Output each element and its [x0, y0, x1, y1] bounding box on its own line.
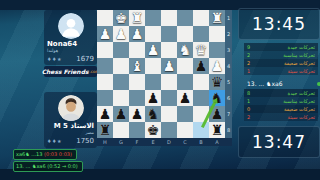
square-e4[interactable]: [145, 58, 161, 74]
white-p-piece: ♟: [115, 26, 128, 42]
black-p-piece: ♟: [131, 106, 144, 122]
black-n-piece: ♞: [147, 106, 160, 122]
move-quality-value: 1: [247, 98, 250, 104]
rank-label-4: 4: [225, 58, 232, 74]
square-g3[interactable]: [113, 42, 129, 58]
file-label-C: C: [177, 138, 193, 146]
square-c1[interactable]: [177, 10, 193, 26]
file-label-F: F: [129, 138, 145, 146]
clock-bottom: 13:47: [238, 126, 320, 158]
black-q-piece: ♛: [211, 74, 224, 90]
square-g7[interactable]: ♟: [113, 106, 129, 122]
square-f7[interactable]: ♟: [129, 106, 145, 122]
white-r-piece: ♜: [211, 10, 224, 26]
player-country-bottom: مصر: [44, 130, 97, 136]
rank-label-8: 8: [225, 122, 232, 138]
move-toast-1: 13... ♞xa6 (0:03 0:03): [13, 149, 77, 160]
square-a6[interactable]: ♞: [209, 90, 225, 106]
square-g5[interactable]: [113, 74, 129, 90]
clock-top: 13:45: [238, 8, 320, 40]
logo-text-chess: Chess: [42, 68, 62, 75]
black-k-piece: ♚: [147, 122, 160, 138]
square-c5[interactable]: [177, 74, 193, 90]
white-p-piece: ♟: [131, 26, 144, 42]
white-p-piece: ♟: [147, 42, 160, 58]
move-quality-value: 2: [247, 52, 250, 58]
move-quality-value: 1: [247, 68, 250, 74]
file-label-A: A: [209, 138, 225, 146]
square-a1[interactable]: ♜: [209, 10, 225, 26]
square-h2[interactable]: ♟: [97, 26, 113, 42]
square-g8[interactable]: [113, 122, 129, 138]
move-quality-row: تحركات سيئة1: [244, 67, 318, 75]
square-d8[interactable]: [161, 122, 177, 138]
player-name-top: Nona64: [44, 40, 97, 48]
square-e2[interactable]: [145, 26, 161, 42]
square-b4[interactable]: ♟: [193, 58, 209, 74]
white-p-piece: ♟: [211, 58, 224, 74]
square-g4[interactable]: [113, 58, 129, 74]
move-quality-row: تحركات مناسبة2: [244, 51, 318, 59]
player-rating-bottom: 1750: [76, 137, 94, 145]
file-labels: HGFEDCBA: [97, 138, 232, 146]
square-h3[interactable]: [97, 42, 113, 58]
black-p-piece: ♟: [115, 106, 128, 122]
square-b3[interactable]: ♛: [193, 42, 209, 58]
square-f2[interactable]: ♟: [129, 26, 145, 42]
chess-board: ♚♜♜♟♟♟♟♞♛♝♟♟♟♛♟♟♞♟♟♟♞♟♜♚♜ 12345678 HGFED…: [97, 10, 225, 138]
square-c6[interactable]: ♟: [177, 90, 193, 106]
square-b2[interactable]: [193, 26, 209, 42]
square-f4[interactable]: ♝: [129, 58, 145, 74]
square-f5[interactable]: [129, 74, 145, 90]
square-h1[interactable]: [97, 10, 113, 26]
last-move-text: 13. ... ♞xa6: [247, 80, 283, 87]
file-label-D: D: [161, 138, 177, 146]
square-g1[interactable]: ♚: [113, 10, 129, 26]
logo-text-friends: Friends: [64, 68, 89, 75]
move-quality-label: تحركات ضعيفة: [284, 60, 315, 66]
move-quality-value: 2: [247, 60, 250, 66]
move-quality-row: تحركات ضعيفة2: [244, 59, 318, 67]
move-quality-row: تحركات سيئة2: [244, 113, 318, 121]
move-quality-value: 2: [247, 114, 250, 120]
square-e1[interactable]: [145, 10, 161, 26]
square-e5[interactable]: [145, 74, 161, 90]
toast1-move-text: 13... ♞xa6: [16, 151, 42, 157]
rank-label-6: 6: [225, 90, 232, 106]
move-quality-row: تحركات مناسبة1: [244, 97, 318, 105]
square-a5[interactable]: ♛: [209, 74, 225, 90]
square-g2[interactable]: ♟: [113, 26, 129, 42]
player-stars-bottom: ♦♦★: [47, 138, 62, 144]
white-k-piece: ♚: [115, 10, 128, 26]
white-q-piece: ♛: [195, 42, 208, 58]
move-quality-label: تحركات جيدة: [288, 90, 315, 96]
square-b8[interactable]: [193, 122, 209, 138]
square-f8[interactable]: [129, 122, 145, 138]
toast1-extra-text: (0:03 0:03): [44, 151, 72, 157]
file-label-B: B: [193, 138, 209, 146]
move-quality-label: تحركات سيئة: [288, 68, 315, 74]
move-quality-value: 9: [247, 44, 250, 50]
rank-label-7: 7: [225, 106, 232, 122]
square-d6[interactable]: [161, 90, 177, 106]
move-quality-list-bottom: تحركات جيدة8تحركات مناسبة1تحركات ضعيفة0ت…: [244, 89, 318, 121]
black-p-piece: ♟: [179, 90, 192, 106]
white-p-piece: ♟: [99, 26, 112, 42]
white-r-piece: ♜: [131, 10, 144, 26]
player-rating-top: 1679: [76, 55, 94, 63]
black-p-piece: ♟: [99, 106, 112, 122]
square-c3[interactable]: ♞: [177, 42, 193, 58]
black-n-piece: ♞: [211, 90, 224, 106]
move-quality-row: تحركات جيدة9: [244, 43, 318, 51]
square-c8[interactable]: [177, 122, 193, 138]
square-b6[interactable]: [193, 90, 209, 106]
player-country-top: هولندا: [44, 48, 97, 54]
move-quality-row: تحركات ضعيفة0: [244, 105, 318, 113]
rank-labels: 12345678: [225, 10, 232, 138]
black-r-piece: ♜: [211, 122, 224, 138]
square-h4[interactable]: [97, 58, 113, 74]
avatar-bottom: [58, 95, 84, 121]
square-d5[interactable]: [161, 74, 177, 90]
move-quality-label: تحركات مناسبة: [283, 98, 315, 104]
move-quality-label: تحركات مناسبة: [283, 52, 315, 58]
square-e3[interactable]: ♟: [145, 42, 161, 58]
square-a2[interactable]: [209, 26, 225, 42]
square-e6[interactable]: ♟: [145, 90, 161, 106]
square-h5[interactable]: [97, 74, 113, 90]
player-card-top[interactable]: Nona64 هولندا ♦♦★ 1679: [44, 10, 97, 65]
rank-label-2: 2: [225, 26, 232, 42]
file-label-H: H: [97, 138, 113, 146]
square-b1[interactable]: [193, 10, 209, 26]
square-d3[interactable]: [161, 42, 177, 58]
square-f6[interactable]: [129, 90, 145, 106]
move-quality-label: تحركات جيدة: [288, 44, 315, 50]
white-b-piece: ♝: [131, 58, 144, 74]
rank-label-3: 3: [225, 42, 232, 58]
square-h7[interactable]: ♟: [97, 106, 113, 122]
rank-label-5: 5: [225, 74, 232, 90]
move-quality-label: تحركات ضعيفة: [284, 106, 315, 112]
chessfriends-logo: Chess Friends .com: [44, 66, 97, 77]
black-p-piece: ♟: [211, 106, 224, 122]
rank-label-1: 1: [225, 10, 232, 26]
square-h6[interactable]: [97, 90, 113, 106]
player-stars-top: ♦♦★: [47, 56, 62, 62]
app-root: Nona64 هولندا ♦♦★ 1679 Chess Friends .co…: [0, 0, 320, 180]
square-f1[interactable]: ♜: [129, 10, 145, 26]
square-h8[interactable]: ♜: [97, 122, 113, 138]
square-e7[interactable]: ♞: [145, 106, 161, 122]
square-d4[interactable]: ♟: [161, 58, 177, 74]
square-b5[interactable]: [193, 74, 209, 90]
square-a7[interactable]: ♟: [209, 106, 225, 122]
square-b7[interactable]: [193, 106, 209, 122]
square-d7[interactable]: [161, 106, 177, 122]
square-c2[interactable]: [177, 26, 193, 42]
move-quality-row: تحركات جيدة8: [244, 89, 318, 97]
move-quality-label: تحركات سيئة: [288, 114, 315, 120]
square-a4[interactable]: ♟: [209, 58, 225, 74]
move-quality-value: 0: [247, 106, 250, 112]
square-c4[interactable]: [177, 58, 193, 74]
player-card-bottom[interactable]: الاستاذ M 5 مصر ♦♦★ 1750: [44, 92, 97, 148]
file-label-E: E: [145, 138, 161, 146]
white-n-piece: ♞: [179, 42, 192, 58]
black-p-piece: ♟: [147, 90, 160, 106]
white-p-piece: ♟: [163, 58, 176, 74]
square-g6[interactable]: [113, 90, 129, 106]
toast2-move-text: 13. ... ♞xa6 (0:52 → 0:0): [16, 163, 78, 169]
move-quality-list-top: تحركات جيدة9تحركات مناسبة2تحركات ضعيفة2ت…: [244, 43, 318, 75]
square-d2[interactable]: [161, 26, 177, 42]
last-move-line[interactable]: 13. ... ♞xa6: [244, 79, 320, 88]
square-c7[interactable]: [177, 106, 193, 122]
square-f3[interactable]: [129, 42, 145, 58]
move-toast-2: 13. ... ♞xa6 (0:52 → 0:0): [13, 161, 83, 172]
square-d1[interactable]: [161, 10, 177, 26]
square-a8[interactable]: ♜: [209, 122, 225, 138]
black-r-piece: ♜: [99, 122, 112, 138]
avatar-top: [58, 13, 84, 39]
black-p-piece: ♟: [195, 58, 208, 74]
move-quality-value: 8: [247, 90, 250, 96]
file-label-G: G: [113, 138, 129, 146]
square-e8[interactable]: ♚: [145, 122, 161, 138]
player-name-bottom: الاستاذ M 5: [44, 122, 97, 130]
square-a3[interactable]: [209, 42, 225, 58]
